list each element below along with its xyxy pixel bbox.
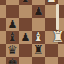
white-bishop[interactable]: ♝	[32, 31, 45, 44]
black-king-partial[interactable]: ♚	[6, 57, 19, 64]
board-square[interactable]	[45, 57, 58, 64]
black-pawn[interactable]: ♟	[19, 31, 32, 44]
board-square[interactable]	[45, 31, 58, 44]
board-square[interactable]: ♟	[6, 18, 19, 31]
chessboard-crop-screenshot: ♝♟♟♟♝♟♝♛♜♚ ♜	[0, 0, 64, 64]
board-square[interactable]	[32, 57, 45, 64]
black-rook[interactable]: ♜	[32, 44, 45, 57]
board-square[interactable]	[58, 44, 64, 57]
black-pawn[interactable]: ♟	[32, 5, 45, 18]
board-square[interactable]: ♝	[6, 31, 19, 44]
chess-board[interactable]: ♝♟♟♟♝♟♝♛♜♚	[0, 0, 64, 64]
board-square[interactable]	[19, 44, 32, 57]
board-square[interactable]	[32, 18, 45, 31]
move-trail	[56, 4, 59, 30]
board-square[interactable]	[6, 5, 19, 18]
board-square[interactable]	[58, 31, 64, 44]
board-square[interactable]	[19, 57, 32, 64]
board-square[interactable]: ♜	[32, 44, 45, 57]
board-square[interactable]: ♚	[6, 57, 19, 64]
board-square[interactable]	[58, 57, 64, 64]
board-square[interactable]	[19, 5, 32, 18]
board-square[interactable]: ♝	[32, 31, 45, 44]
board-square[interactable]: ♛	[6, 44, 19, 57]
board-square[interactable]	[19, 18, 32, 31]
board-square[interactable]: ♟	[32, 5, 45, 18]
board-square[interactable]	[45, 44, 58, 57]
black-queen[interactable]: ♛	[6, 44, 19, 57]
black-bishop[interactable]: ♝	[6, 31, 19, 44]
black-pawn[interactable]: ♟	[6, 18, 19, 31]
board-square[interactable]: ♟	[19, 31, 32, 44]
